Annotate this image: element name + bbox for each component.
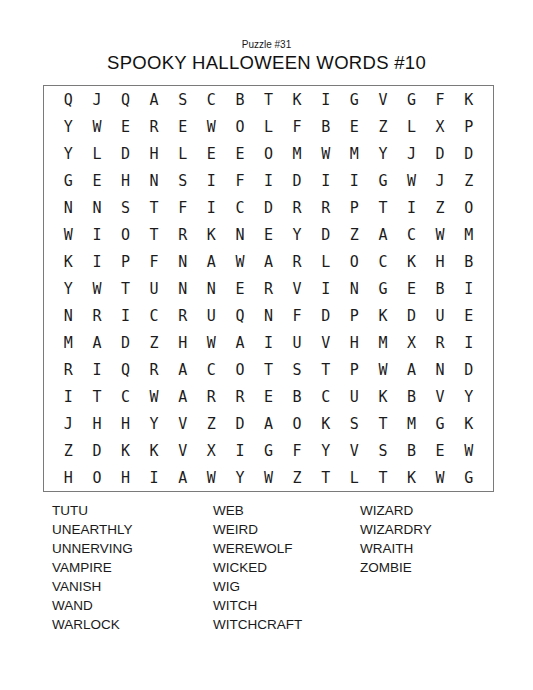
word-list-item: WRAITH: [360, 539, 432, 558]
grid-cell-r9c11: P: [340, 302, 369, 329]
grid-cell-r12c7: R: [226, 383, 255, 410]
grid-cell-r1c6: C: [197, 86, 226, 113]
word-list-item: WEREWOLF: [213, 539, 302, 558]
grid-cell-r5c13: I: [397, 194, 426, 221]
grid-cell-r7c1: K: [54, 248, 83, 275]
word-list-column-1: TUTUUNEARTHLYUNNERVINGVAMPIREVANISHWANDW…: [52, 501, 133, 634]
grid-cell-r10c13: X: [397, 329, 426, 356]
grid-cell-r12c13: B: [397, 383, 426, 410]
grid-cell-r13c9: O: [283, 410, 312, 437]
grid-cell-r8c8: R: [254, 275, 283, 302]
grid-cell-r8c3: T: [111, 275, 140, 302]
grid-cell-r8c6: N: [197, 275, 226, 302]
grid-cell-r15c2: O: [83, 464, 112, 491]
word-list-item: UNNERVING: [52, 539, 133, 558]
grid-cell-r4c3: H: [111, 167, 140, 194]
grid-cell-r14c8: G: [254, 437, 283, 464]
grid-cell-r3c12: Y: [369, 140, 398, 167]
grid-cell-r6c6: K: [197, 221, 226, 248]
grid-cell-r3c1: Y: [54, 140, 83, 167]
puzzle-title: SPOOKY HALLOWEEN WORDS #10: [0, 52, 533, 74]
grid-cell-r14c15: W: [454, 437, 483, 464]
grid-cell-r9c2: R: [83, 302, 112, 329]
word-list-item: VAMPIRE: [52, 558, 133, 577]
grid-cell-r5c11: P: [340, 194, 369, 221]
grid-cell-r9c3: I: [111, 302, 140, 329]
word-list-item: WAND: [52, 596, 133, 615]
grid-cell-r1c15: K: [454, 86, 483, 113]
grid-cell-r12c12: K: [369, 383, 398, 410]
grid-cell-r4c15: Z: [454, 167, 483, 194]
word-list-column-3: WIZARDWIZARDRYWRAITHZOMBIE: [360, 501, 432, 577]
grid-cell-r3c8: O: [254, 140, 283, 167]
grid-cell-r15c15: G: [454, 464, 483, 491]
grid-cell-r5c4: T: [140, 194, 169, 221]
grid-cell-r9c9: F: [283, 302, 312, 329]
grid-cell-r15c14: W: [426, 464, 455, 491]
word-list-item: ZOMBIE: [360, 558, 432, 577]
grid-cell-r7c11: O: [340, 248, 369, 275]
grid-cell-r5c3: S: [111, 194, 140, 221]
grid-cell-r4c6: I: [197, 167, 226, 194]
grid-cell-r8c11: N: [340, 275, 369, 302]
grid-cell-r14c14: E: [426, 437, 455, 464]
grid-cell-r11c11: P: [340, 356, 369, 383]
grid-cell-r6c5: R: [168, 221, 197, 248]
grid-cell-r8c4: U: [140, 275, 169, 302]
grid-cell-r9c5: R: [168, 302, 197, 329]
grid-cell-r2c15: P: [454, 113, 483, 140]
grid-cell-r5c1: N: [54, 194, 83, 221]
grid-cell-r14c5: V: [168, 437, 197, 464]
grid-cell-r2c5: E: [168, 113, 197, 140]
grid-cell-r8c10: I: [311, 275, 340, 302]
grid-cell-r3c7: E: [226, 140, 255, 167]
grid-cell-r10c4: Z: [140, 329, 169, 356]
grid-cell-r1c2: J: [83, 86, 112, 113]
grid-cell-r6c3: O: [111, 221, 140, 248]
grid-cell-r8c7: E: [226, 275, 255, 302]
grid-cell-r14c1: Z: [54, 437, 83, 464]
grid-cell-r4c2: E: [83, 167, 112, 194]
grid-cell-r13c8: A: [254, 410, 283, 437]
grid-cell-r14c12: S: [369, 437, 398, 464]
grid-cell-r7c2: I: [83, 248, 112, 275]
grid-cell-r7c3: P: [111, 248, 140, 275]
grid-cell-r13c3: H: [111, 410, 140, 437]
grid-cell-r5c15: O: [454, 194, 483, 221]
grid-cell-r3c10: W: [311, 140, 340, 167]
grid-cell-r13c2: H: [83, 410, 112, 437]
grid-cell-r5c5: F: [168, 194, 197, 221]
grid-cell-r2c11: E: [340, 113, 369, 140]
grid-cell-r8c1: Y: [54, 275, 83, 302]
grid-cell-r11c3: Q: [111, 356, 140, 383]
grid-cell-r2c3: E: [111, 113, 140, 140]
grid-cell-r3c5: L: [168, 140, 197, 167]
grid-cell-r2c6: W: [197, 113, 226, 140]
grid-cell-r4c12: G: [369, 167, 398, 194]
grid-cell-r15c8: W: [254, 464, 283, 491]
grid-cell-r14c13: B: [397, 437, 426, 464]
word-list-item: WIZARD: [360, 501, 432, 520]
word-list-item: WEB: [213, 501, 302, 520]
grid-cell-r15c1: H: [54, 464, 83, 491]
grid-cell-r6c4: T: [140, 221, 169, 248]
grid-cell-r5c7: C: [226, 194, 255, 221]
grid-cell-r10c10: V: [311, 329, 340, 356]
grid-cell-r7c12: C: [369, 248, 398, 275]
grid-cell-r2c14: X: [426, 113, 455, 140]
grid-cell-r11c1: R: [54, 356, 83, 383]
grid-cell-r9c14: U: [426, 302, 455, 329]
grid-cell-r1c11: G: [340, 86, 369, 113]
grid-cell-r3c13: J: [397, 140, 426, 167]
grid-cell-r5c2: N: [83, 194, 112, 221]
grid-cell-r15c11: L: [340, 464, 369, 491]
grid-cell-r5c6: I: [197, 194, 226, 221]
grid-cell-r12c1: I: [54, 383, 83, 410]
grid-cell-r10c2: A: [83, 329, 112, 356]
grid-cell-r1c9: K: [283, 86, 312, 113]
grid-cell-r12c15: Y: [454, 383, 483, 410]
grid-cell-r10c8: I: [254, 329, 283, 356]
grid-cell-r11c15: D: [454, 356, 483, 383]
grid-cell-r10c9: U: [283, 329, 312, 356]
grid-cell-r13c5: V: [168, 410, 197, 437]
grid-cell-r7c13: K: [397, 248, 426, 275]
grid-cell-r10c7: A: [226, 329, 255, 356]
grid-cell-r11c6: C: [197, 356, 226, 383]
grid-cell-r11c8: T: [254, 356, 283, 383]
grid-cell-r11c10: T: [311, 356, 340, 383]
grid-cell-r11c12: W: [369, 356, 398, 383]
grid-cell-r10c3: D: [111, 329, 140, 356]
word-list-column-2: WEBWEIRDWEREWOLFWICKEDWIGWITCHWITCHCRAFT: [213, 501, 302, 634]
grid-cell-r4c10: I: [311, 167, 340, 194]
grid-cell-r14c2: D: [83, 437, 112, 464]
grid-cell-r11c4: R: [140, 356, 169, 383]
grid-cell-r7c9: R: [283, 248, 312, 275]
grid-cell-r15c6: W: [197, 464, 226, 491]
grid-cell-r15c4: I: [140, 464, 169, 491]
grid-cell-r6c10: D: [311, 221, 340, 248]
grid-cell-r1c8: T: [254, 86, 283, 113]
grid-cell-r4c9: D: [283, 167, 312, 194]
grid-cell-r13c1: J: [54, 410, 83, 437]
grid-cell-r9c15: E: [454, 302, 483, 329]
grid-cell-r6c15: M: [454, 221, 483, 248]
grid-cell-r3c9: M: [283, 140, 312, 167]
grid-cell-r8c2: W: [83, 275, 112, 302]
grid-cell-r5c9: R: [283, 194, 312, 221]
grid-cell-r6c9: Y: [283, 221, 312, 248]
grid-cell-r4c13: W: [397, 167, 426, 194]
grid-cell-r4c7: F: [226, 167, 255, 194]
grid-cell-r3c11: M: [340, 140, 369, 167]
grid-cell-r15c3: H: [111, 464, 140, 491]
grid-cell-r7c6: A: [197, 248, 226, 275]
word-list-item: WIG: [213, 577, 302, 596]
grid-cell-r3c4: H: [140, 140, 169, 167]
grid-cell-r4c14: J: [426, 167, 455, 194]
grid-cell-r5c12: T: [369, 194, 398, 221]
word-list-item: UNEARTHLY: [52, 520, 133, 539]
grid-cell-r4c8: I: [254, 167, 283, 194]
grid-cell-r1c4: A: [140, 86, 169, 113]
grid-cell-r4c11: I: [340, 167, 369, 194]
grid-cell-r10c12: M: [369, 329, 398, 356]
grid-cell-r5c14: Z: [426, 194, 455, 221]
grid-cell-r12c11: U: [340, 383, 369, 410]
grid-cell-r10c6: W: [197, 329, 226, 356]
grid-cell-r13c10: K: [311, 410, 340, 437]
grid-cell-r9c1: N: [54, 302, 83, 329]
grid-cell-r1c3: Q: [111, 86, 140, 113]
grid-cell-r2c9: F: [283, 113, 312, 140]
grid-cell-r15c9: Z: [283, 464, 312, 491]
grid-cell-r8c15: I: [454, 275, 483, 302]
grid-cell-r3c3: D: [111, 140, 140, 167]
grid-cell-r1c5: S: [168, 86, 197, 113]
grid-cell-r6c8: E: [254, 221, 283, 248]
grid-cell-r10c1: M: [54, 329, 83, 356]
grid-cell-r7c4: F: [140, 248, 169, 275]
grid-cell-r12c3: C: [111, 383, 140, 410]
grid-cell-r11c13: A: [397, 356, 426, 383]
grid-cell-r11c2: I: [83, 356, 112, 383]
word-list-item: WITCH: [213, 596, 302, 615]
grid-cell-r11c9: S: [283, 356, 312, 383]
grid-cell-r14c4: K: [140, 437, 169, 464]
grid-cell-r2c2: W: [83, 113, 112, 140]
grid-cell-r10c11: H: [340, 329, 369, 356]
grid-cell-r9c7: Q: [226, 302, 255, 329]
grid-cell-r10c15: I: [454, 329, 483, 356]
grid-cell-r11c7: O: [226, 356, 255, 383]
grid-cell-r14c10: Y: [311, 437, 340, 464]
word-list-item: WARLOCK: [52, 615, 133, 634]
word-list-item: WIZARDRY: [360, 520, 432, 539]
grid-cell-r2c12: Z: [369, 113, 398, 140]
grid-cell-r6c1: W: [54, 221, 83, 248]
grid-cell-r8c5: N: [168, 275, 197, 302]
grid-cell-r12c8: E: [254, 383, 283, 410]
grid-cell-r2c1: Y: [54, 113, 83, 140]
grid-cell-r1c7: B: [226, 86, 255, 113]
grid-cell-r13c11: S: [340, 410, 369, 437]
grid-cell-r9c4: C: [140, 302, 169, 329]
grid-cell-r11c5: A: [168, 356, 197, 383]
grid-cell-r15c12: T: [369, 464, 398, 491]
grid-cell-r4c5: S: [168, 167, 197, 194]
grid-cell-r8c14: B: [426, 275, 455, 302]
grid-cell-r9c6: U: [197, 302, 226, 329]
grid-cell-r7c7: W: [226, 248, 255, 275]
grid-cell-r3c2: L: [83, 140, 112, 167]
grid-cell-r9c8: N: [254, 302, 283, 329]
grid-cell-r5c8: D: [254, 194, 283, 221]
grid-cell-r12c9: B: [283, 383, 312, 410]
grid-cell-r13c6: Z: [197, 410, 226, 437]
puzzle-number-label: Puzzle #31: [0, 39, 533, 50]
grid-cell-r7c5: N: [168, 248, 197, 275]
grid-cell-r1c12: V: [369, 86, 398, 113]
grid-cell-r2c7: O: [226, 113, 255, 140]
grid-cell-r6c14: W: [426, 221, 455, 248]
grid-cell-r1c1: Q: [54, 86, 83, 113]
word-list-item: VANISH: [52, 577, 133, 596]
grid-cell-r1c13: G: [397, 86, 426, 113]
grid-cell-r14c3: K: [111, 437, 140, 464]
grid-cell-r2c10: B: [311, 113, 340, 140]
grid-cell-r13c4: Y: [140, 410, 169, 437]
grid-cell-r2c4: R: [140, 113, 169, 140]
grid-cell-r9c12: K: [369, 302, 398, 329]
word-list-item: WEIRD: [213, 520, 302, 539]
grid-cell-r1c10: I: [311, 86, 340, 113]
grid-cell-r12c14: V: [426, 383, 455, 410]
grid-cell-r6c12: A: [369, 221, 398, 248]
grid-cell-r7c15: B: [454, 248, 483, 275]
grid-cell-r7c10: L: [311, 248, 340, 275]
grid-cell-r9c13: D: [397, 302, 426, 329]
grid-cell-r8c9: V: [283, 275, 312, 302]
grid-cell-r14c6: X: [197, 437, 226, 464]
grid-cell-r2c8: L: [254, 113, 283, 140]
grid-cell-r11c14: N: [426, 356, 455, 383]
grid-cell-r3c14: D: [426, 140, 455, 167]
grid-cell-r10c5: H: [168, 329, 197, 356]
grid-cell-r13c15: K: [454, 410, 483, 437]
grid-cell-r12c2: T: [83, 383, 112, 410]
grid-cell-r8c13: E: [397, 275, 426, 302]
grid-cell-r15c7: Y: [226, 464, 255, 491]
grid-cell-r15c13: K: [397, 464, 426, 491]
word-search-grid: QJQASCBTKIGVGFKYWEREWOLFBEZLXPYLDHLEEOMW…: [43, 85, 494, 492]
grid-cell-r12c6: R: [197, 383, 226, 410]
grid-cell-r6c2: I: [83, 221, 112, 248]
grid-cell-r3c6: E: [197, 140, 226, 167]
grid-cell-r15c5: A: [168, 464, 197, 491]
grid-cell-r14c9: F: [283, 437, 312, 464]
grid-cell-r4c1: G: [54, 167, 83, 194]
grid-cell-r12c5: A: [168, 383, 197, 410]
grid-cell-r6c11: Z: [340, 221, 369, 248]
word-list-item: WICKED: [213, 558, 302, 577]
grid-cell-r7c8: A: [254, 248, 283, 275]
grid-cell-r9c10: D: [311, 302, 340, 329]
grid-cell-r14c11: V: [340, 437, 369, 464]
word-list-item: TUTU: [52, 501, 133, 520]
puzzle-page: Puzzle #31 SPOOKY HALLOWEEN WORDS #10 QJ…: [0, 0, 533, 690]
grid-cell-r13c7: D: [226, 410, 255, 437]
grid-cell-r14c7: I: [226, 437, 255, 464]
grid-cell-r5c10: R: [311, 194, 340, 221]
grid-cell-r13c14: G: [426, 410, 455, 437]
grid-cell-r4c4: N: [140, 167, 169, 194]
grid-cell-r10c14: R: [426, 329, 455, 356]
grid-cell-r6c7: N: [226, 221, 255, 248]
grid-cell-r3c15: D: [454, 140, 483, 167]
grid-cell-r7c14: H: [426, 248, 455, 275]
word-list-item: WITCHCRAFT: [213, 615, 302, 634]
grid-cell-r6c13: C: [397, 221, 426, 248]
grid-cell-r13c12: T: [369, 410, 398, 437]
grid-cell-r1c14: F: [426, 86, 455, 113]
grid-cell-r13c13: M: [397, 410, 426, 437]
grid-cell-r12c4: W: [140, 383, 169, 410]
grid-cell-r15c10: T: [311, 464, 340, 491]
grid-cell-r2c13: L: [397, 113, 426, 140]
grid-cell-r12c10: C: [311, 383, 340, 410]
grid-cell-r8c12: G: [369, 275, 398, 302]
